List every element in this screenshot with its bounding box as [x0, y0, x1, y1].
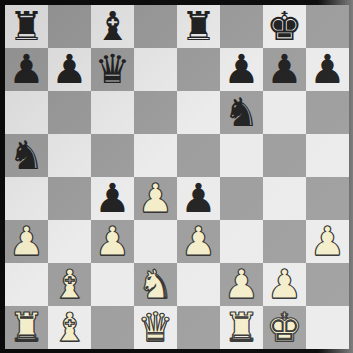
square-h8[interactable]: [306, 5, 349, 48]
square-e8[interactable]: ♜: [177, 5, 220, 48]
piece-white-bishop[interactable]: ♝: [48, 263, 91, 306]
piece-white-knight[interactable]: ♞: [134, 263, 177, 306]
chessboard-frame: ♜♝♜♚♟♟♛♟♟♟♞♞♟♟♟♟♟♟♟♝♞♟♟♜♝♛♜♚: [0, 0, 353, 353]
piece-white-pawn[interactable]: ♟: [177, 220, 220, 263]
square-g7[interactable]: ♟: [263, 48, 306, 91]
piece-black-rook[interactable]: ♜: [177, 5, 220, 48]
square-c7[interactable]: ♛: [91, 48, 134, 91]
square-h7[interactable]: ♟: [306, 48, 349, 91]
square-e3[interactable]: ♟: [177, 220, 220, 263]
square-g6[interactable]: [263, 91, 306, 134]
square-b2[interactable]: ♝: [48, 263, 91, 306]
square-d2[interactable]: ♞: [134, 263, 177, 306]
square-f8[interactable]: [220, 5, 263, 48]
square-g2[interactable]: ♟: [263, 263, 306, 306]
square-a7[interactable]: ♟: [5, 48, 48, 91]
square-d4[interactable]: ♟: [134, 177, 177, 220]
square-b7[interactable]: ♟: [48, 48, 91, 91]
square-d6[interactable]: [134, 91, 177, 134]
square-a8[interactable]: ♜: [5, 5, 48, 48]
square-h5[interactable]: [306, 134, 349, 177]
square-a5[interactable]: ♞: [5, 134, 48, 177]
square-a4[interactable]: [5, 177, 48, 220]
square-h3[interactable]: ♟: [306, 220, 349, 263]
square-f3[interactable]: [220, 220, 263, 263]
square-c6[interactable]: [91, 91, 134, 134]
piece-black-rook[interactable]: ♜: [5, 5, 48, 48]
piece-white-pawn[interactable]: ♟: [263, 263, 306, 306]
square-c8[interactable]: ♝: [91, 5, 134, 48]
square-e2[interactable]: [177, 263, 220, 306]
piece-white-rook[interactable]: ♜: [5, 306, 48, 349]
square-h6[interactable]: [306, 91, 349, 134]
square-c1[interactable]: [91, 306, 134, 349]
square-d3[interactable]: [134, 220, 177, 263]
square-f7[interactable]: ♟: [220, 48, 263, 91]
square-f6[interactable]: ♞: [220, 91, 263, 134]
piece-black-pawn[interactable]: ♟: [91, 177, 134, 220]
piece-white-pawn[interactable]: ♟: [220, 263, 263, 306]
square-b3[interactable]: [48, 220, 91, 263]
square-c3[interactable]: ♟: [91, 220, 134, 263]
piece-black-pawn[interactable]: ♟: [263, 48, 306, 91]
piece-white-pawn[interactable]: ♟: [5, 220, 48, 263]
piece-black-pawn[interactable]: ♟: [220, 48, 263, 91]
square-e6[interactable]: [177, 91, 220, 134]
square-g4[interactable]: [263, 177, 306, 220]
square-f4[interactable]: [220, 177, 263, 220]
square-g8[interactable]: ♚: [263, 5, 306, 48]
piece-white-king[interactable]: ♚: [263, 306, 306, 349]
square-d1[interactable]: ♛: [134, 306, 177, 349]
piece-black-knight[interactable]: ♞: [220, 91, 263, 134]
square-h4[interactable]: [306, 177, 349, 220]
square-c2[interactable]: [91, 263, 134, 306]
square-c5[interactable]: [91, 134, 134, 177]
square-h2[interactable]: [306, 263, 349, 306]
square-a6[interactable]: [5, 91, 48, 134]
square-b8[interactable]: [48, 5, 91, 48]
piece-black-pawn[interactable]: ♟: [177, 177, 220, 220]
square-e7[interactable]: [177, 48, 220, 91]
piece-white-pawn[interactable]: ♟: [134, 177, 177, 220]
square-h1[interactable]: [306, 306, 349, 349]
piece-white-bishop[interactable]: ♝: [48, 306, 91, 349]
square-f5[interactable]: [220, 134, 263, 177]
square-g5[interactable]: [263, 134, 306, 177]
square-b6[interactable]: [48, 91, 91, 134]
square-a3[interactable]: ♟: [5, 220, 48, 263]
square-e5[interactable]: [177, 134, 220, 177]
square-f2[interactable]: ♟: [220, 263, 263, 306]
square-c4[interactable]: ♟: [91, 177, 134, 220]
piece-black-pawn[interactable]: ♟: [306, 48, 349, 91]
square-g3[interactable]: [263, 220, 306, 263]
chessboard: ♜♝♜♚♟♟♛♟♟♟♞♞♟♟♟♟♟♟♟♝♞♟♟♜♝♛♜♚: [5, 5, 349, 349]
piece-white-pawn[interactable]: ♟: [306, 220, 349, 263]
piece-black-king[interactable]: ♚: [263, 5, 306, 48]
square-d5[interactable]: [134, 134, 177, 177]
piece-black-pawn[interactable]: ♟: [5, 48, 48, 91]
square-d8[interactable]: [134, 5, 177, 48]
square-e1[interactable]: [177, 306, 220, 349]
square-b5[interactable]: [48, 134, 91, 177]
piece-black-queen[interactable]: ♛: [91, 48, 134, 91]
piece-white-queen[interactable]: ♛: [134, 306, 177, 349]
piece-black-pawn[interactable]: ♟: [48, 48, 91, 91]
square-a2[interactable]: [5, 263, 48, 306]
square-e4[interactable]: ♟: [177, 177, 220, 220]
square-b1[interactable]: ♝: [48, 306, 91, 349]
square-d7[interactable]: [134, 48, 177, 91]
square-b4[interactable]: [48, 177, 91, 220]
piece-black-bishop[interactable]: ♝: [91, 5, 134, 48]
piece-white-rook[interactable]: ♜: [220, 306, 263, 349]
square-g1[interactable]: ♚: [263, 306, 306, 349]
square-a1[interactable]: ♜: [5, 306, 48, 349]
piece-white-pawn[interactable]: ♟: [91, 220, 134, 263]
square-f1[interactable]: ♜: [220, 306, 263, 349]
piece-black-knight[interactable]: ♞: [5, 134, 48, 177]
